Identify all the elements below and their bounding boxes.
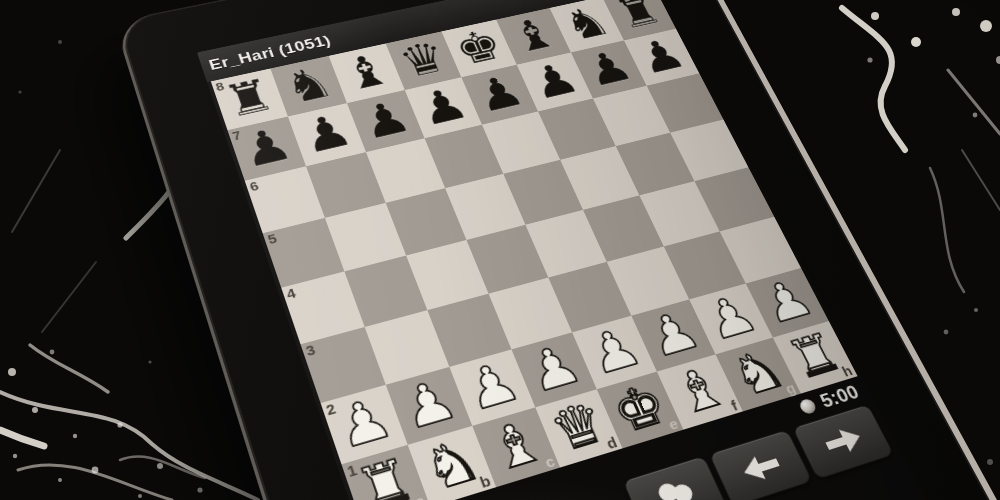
two-circles-icon	[649, 474, 702, 500]
rank-label-1: 1	[345, 461, 359, 480]
arrow-left-icon	[734, 447, 787, 488]
arrow-right-icon	[817, 422, 869, 462]
rank-label-5: 5	[266, 231, 279, 247]
rank-label-2: 2	[324, 400, 338, 418]
tablet-perspective-wrapper: Er_Hari (1051) 8♜♞♝♛♚♝♞♜7♟♟♟♟♟♟♟♟65432♟♟…	[208, 0, 855, 500]
clock-indicator-dot	[798, 397, 818, 415]
photo-scene: Er_Hari (1051) 8♜♞♝♛♚♝♞♜7♟♟♟♟♟♟♟♟65432♟♟…	[0, 0, 1000, 500]
rank-label-7: 7	[230, 128, 243, 143]
rank-label-8: 8	[214, 79, 226, 93]
rank-label-4: 4	[284, 285, 297, 302]
file-label-h: h	[839, 362, 855, 379]
rank-label-6: 6	[248, 178, 261, 194]
rank-label-3: 3	[304, 341, 318, 359]
